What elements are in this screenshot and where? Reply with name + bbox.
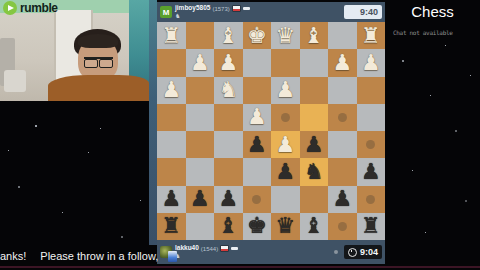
white-bishop-piece: ♝ <box>218 25 238 47</box>
white-pawn-piece: ♟ <box>247 106 267 128</box>
white-pawn-piece: ♟ <box>218 52 238 74</box>
square-g3[interactable] <box>186 77 215 104</box>
square-g7[interactable]: ♟ <box>186 186 215 213</box>
square-h3[interactable]: ♟ <box>157 77 186 104</box>
ticker-logo-icon <box>168 251 177 262</box>
square-h5[interactable] <box>157 131 186 158</box>
square-a2[interactable]: ♟ <box>357 49 386 76</box>
white-queen-piece: ♛ <box>275 25 295 47</box>
star <box>8 150 9 151</box>
square-a5[interactable] <box>357 131 386 158</box>
square-b7[interactable]: ♟ <box>328 186 357 213</box>
webcam-object <box>4 70 26 92</box>
legal-move-dot[interactable] <box>338 222 347 231</box>
square-h6[interactable] <box>157 158 186 185</box>
square-d8[interactable]: ♛ <box>271 213 300 240</box>
opponent-flag-icon <box>232 5 241 12</box>
square-e6[interactable] <box>243 158 272 185</box>
white-clock: 9:40 <box>344 5 382 19</box>
square-h1[interactable]: ♜ <box>157 22 186 49</box>
square-f2[interactable]: ♟ <box>214 49 243 76</box>
square-f5[interactable] <box>214 131 243 158</box>
legal-move-dot[interactable] <box>252 195 261 204</box>
black-pawn-piece: ♟ <box>190 188 210 210</box>
opponent-avatar[interactable]: M <box>160 6 172 18</box>
black-pawn-piece: ♟ <box>275 161 295 183</box>
square-a1[interactable]: ♜ <box>357 22 386 49</box>
square-a4[interactable] <box>357 104 386 131</box>
opponent-rating: (1573) <box>212 6 229 12</box>
white-knight-piece: ♞ <box>218 79 238 101</box>
chess-app: M jimboy5805 (1573) ♞ 9:40 ♜♝♚♛♝♜♟♟♟♟♟♞♟… <box>157 2 385 264</box>
black-pawn-piece: ♟ <box>247 134 267 156</box>
star <box>121 236 123 238</box>
square-g4[interactable] <box>186 104 215 131</box>
star <box>100 128 101 129</box>
opponent-badge <box>243 7 250 11</box>
white-king-piece: ♚ <box>247 25 267 47</box>
webcam-feed <box>0 0 149 101</box>
square-g1[interactable] <box>186 22 215 49</box>
info-panel: Chess Chat not available <box>385 0 480 245</box>
square-c7[interactable] <box>300 186 329 213</box>
square-c1[interactable]: ♝ <box>300 22 329 49</box>
ticker-message: Please throw in a follow, <box>40 250 158 262</box>
scrolling-ticker: anks! Please throw in a follow, <box>0 246 480 266</box>
square-e5[interactable]: ♟ <box>243 131 272 158</box>
square-c8[interactable]: ♝ <box>300 213 329 240</box>
square-b6[interactable] <box>328 158 357 185</box>
square-a6[interactable]: ♟ <box>357 158 386 185</box>
stream-frame: rumble M jimboy5805 (1573) ♞ 9:40 ♜♝♚♛♝♜… <box>0 0 480 270</box>
black-pawn-piece: ♟ <box>304 134 324 156</box>
black-pawn-piece: ♟ <box>332 188 352 210</box>
square-c4[interactable] <box>300 104 329 131</box>
star <box>140 200 141 201</box>
square-h2[interactable] <box>157 49 186 76</box>
black-bishop-piece: ♝ <box>304 215 324 237</box>
square-d4[interactable] <box>271 104 300 131</box>
black-pawn-piece: ♟ <box>161 188 181 210</box>
opponent-captured-pieces: ♞ <box>175 13 250 19</box>
square-e4[interactable]: ♟ <box>243 104 272 131</box>
legal-move-dot[interactable] <box>281 113 290 122</box>
square-f7[interactable]: ♟ <box>214 186 243 213</box>
square-f3[interactable]: ♞ <box>214 77 243 104</box>
square-e7[interactable] <box>243 186 272 213</box>
stream-title: Chess <box>385 3 480 20</box>
white-pawn-piece: ♟ <box>161 79 181 101</box>
square-g6[interactable] <box>186 158 215 185</box>
square-f8[interactable]: ♝ <box>214 213 243 240</box>
opponent-username[interactable]: jimboy5805 <box>175 5 210 12</box>
square-e2[interactable] <box>243 49 272 76</box>
square-d5[interactable]: ♟ <box>271 131 300 158</box>
square-d3[interactable]: ♟ <box>271 77 300 104</box>
star <box>35 125 37 127</box>
streamer-hair-fringe <box>78 34 118 48</box>
square-d6[interactable]: ♟ <box>271 158 300 185</box>
white-rook-piece: ♜ <box>361 25 381 47</box>
white-pawn-piece: ♟ <box>332 52 352 74</box>
square-b1[interactable] <box>328 22 357 49</box>
square-e3[interactable] <box>243 77 272 104</box>
streamer-shirt <box>48 75 149 101</box>
square-f1[interactable]: ♝ <box>214 22 243 49</box>
rumble-logo[interactable]: rumble <box>3 1 58 15</box>
black-pawn-piece: ♟ <box>218 188 238 210</box>
square-g8[interactable] <box>186 213 215 240</box>
star <box>62 212 63 213</box>
square-a3[interactable] <box>357 77 386 104</box>
square-f4[interactable] <box>214 104 243 131</box>
divider-strip <box>149 0 157 245</box>
white-pawn-piece: ♟ <box>361 52 381 74</box>
black-rook-piece: ♜ <box>361 215 381 237</box>
square-g5[interactable] <box>186 131 215 158</box>
square-d1[interactable]: ♛ <box>271 22 300 49</box>
square-b3[interactable] <box>328 77 357 104</box>
square-h8[interactable]: ♜ <box>157 213 186 240</box>
bottom-progress-line <box>0 266 480 268</box>
square-c5[interactable]: ♟ <box>300 131 329 158</box>
black-knight-piece: ♞ <box>304 161 324 183</box>
legal-move-dot[interactable] <box>338 113 347 122</box>
chat-status-text: Chat not available <box>393 29 480 36</box>
streamer-glasses <box>84 57 113 67</box>
star <box>18 186 20 188</box>
square-b8[interactable] <box>328 213 357 240</box>
square-c6[interactable]: ♞ <box>300 158 329 185</box>
square-c2[interactable] <box>300 49 329 76</box>
legal-move-dot[interactable] <box>366 195 375 204</box>
black-queen-piece: ♛ <box>275 215 295 237</box>
square-e8[interactable]: ♚ <box>243 213 272 240</box>
ticker-fragment: anks! <box>0 250 26 262</box>
square-d2[interactable] <box>271 49 300 76</box>
black-bishop-piece: ♝ <box>218 215 238 237</box>
opponent-bar: M jimboy5805 (1573) ♞ 9:40 <box>157 2 385 22</box>
white-pawn-piece: ♟ <box>275 134 295 156</box>
star <box>88 152 89 153</box>
white-bishop-piece: ♝ <box>304 25 324 47</box>
square-h4[interactable] <box>157 104 186 131</box>
square-a7[interactable] <box>357 186 386 213</box>
square-b2[interactable]: ♟ <box>328 49 357 76</box>
square-f6[interactable] <box>214 158 243 185</box>
square-c3[interactable] <box>300 77 329 104</box>
square-g2[interactable]: ♟ <box>186 49 215 76</box>
chess-board: ♜♝♚♛♝♜♟♟♟♟♟♞♟♟♟♟♟♟♞♟♟♟♟♟♜♝♚♛♝♜ <box>157 22 385 240</box>
square-e1[interactable]: ♚ <box>243 22 272 49</box>
square-b4[interactable] <box>328 104 357 131</box>
square-h7[interactable]: ♟ <box>157 186 186 213</box>
black-pawn-piece: ♟ <box>361 161 381 183</box>
rumble-wordmark: rumble <box>20 1 58 15</box>
white-pawn-piece: ♟ <box>275 79 295 101</box>
rumble-play-icon <box>3 1 17 15</box>
black-rook-piece: ♜ <box>161 215 181 237</box>
legal-move-dot[interactable] <box>366 140 375 149</box>
white-rook-piece: ♜ <box>161 25 181 47</box>
white-pawn-piece: ♟ <box>190 52 210 74</box>
square-b5[interactable] <box>328 131 357 158</box>
black-king-piece: ♚ <box>247 215 267 237</box>
square-a8[interactable]: ♜ <box>357 213 386 240</box>
square-d7[interactable] <box>271 186 300 213</box>
